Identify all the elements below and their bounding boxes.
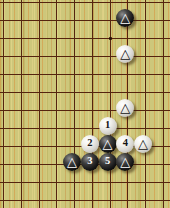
triangle-mark-icon: △ [120,155,130,168]
grid-line-horizontal [0,56,170,57]
grid-line-vertical [3,0,4,208]
grid-line-horizontal [0,74,170,75]
white-stone: △ [134,135,152,153]
grid-line-horizontal [0,110,170,111]
move-number: 5 [105,156,110,167]
triangle-mark-icon: △ [120,101,130,114]
grid-line-vertical [163,0,164,208]
grid-line-horizontal [0,92,170,93]
grid-line-horizontal [0,128,170,129]
triangle-mark-icon: △ [120,47,130,60]
black-stone: △ [116,9,134,27]
grid-line-vertical [74,0,75,208]
triangle-mark-icon: △ [103,137,113,150]
go-board[interactable]: △△△12△4△△35△ [0,0,170,208]
black-stone: 3 [81,153,99,171]
white-stone: △ [116,99,134,117]
black-stone: △ [116,153,134,171]
move-number: 1 [105,120,110,131]
white-stone: 2 [81,135,99,153]
white-stone: 1 [99,117,117,135]
grid-line-vertical [92,0,93,208]
move-number: 4 [123,138,128,149]
grid-line-vertical [110,0,111,208]
black-stone: 5 [99,153,117,171]
grid-line-horizontal [0,2,170,3]
grid-line-horizontal [0,200,170,201]
black-stone: △ [99,135,117,153]
grid-line-horizontal [0,38,170,39]
move-number: 2 [87,138,92,149]
white-stone: △ [116,45,134,63]
star-point [109,37,112,40]
triangle-mark-icon: △ [120,11,130,24]
triangle-mark-icon: △ [138,137,148,150]
white-stone: 4 [116,135,134,153]
black-stone: △ [63,153,81,171]
grid-line-horizontal [0,20,170,21]
triangle-mark-icon: △ [67,155,77,168]
grid-line-horizontal [0,182,170,183]
grid-line-vertical [145,0,146,208]
grid-line-vertical [39,0,40,208]
move-number: 3 [87,156,92,167]
grid-line-vertical [56,0,57,208]
grid-line-vertical [21,0,22,208]
